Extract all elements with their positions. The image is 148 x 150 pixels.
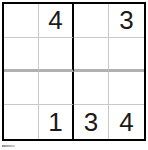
cell-r3c4[interactable] xyxy=(109,72,144,106)
watermark-mark xyxy=(2,145,15,147)
cell-r3c3[interactable] xyxy=(74,72,109,106)
cell-r4c2[interactable]: 1 xyxy=(39,105,74,139)
cell-r3c1[interactable] xyxy=(4,72,39,106)
cell-r1c2[interactable]: 4 xyxy=(39,4,74,38)
cell-r3c2[interactable] xyxy=(39,72,74,106)
cell-r2c1[interactable] xyxy=(4,38,39,72)
cell-r4c3[interactable]: 3 xyxy=(74,105,109,139)
cell-r2c3[interactable] xyxy=(74,38,109,72)
cell-r4c4[interactable]: 4 xyxy=(109,105,144,139)
cell-r2c4[interactable] xyxy=(109,38,144,72)
cell-r1c1[interactable] xyxy=(4,4,39,38)
cell-r1c3[interactable] xyxy=(74,4,109,38)
cell-r1c4[interactable]: 3 xyxy=(109,4,144,38)
sudoku-board: 4 3 1 3 4 xyxy=(2,2,146,141)
cell-r4c1[interactable] xyxy=(4,105,39,139)
cell-r2c2[interactable] xyxy=(39,38,74,72)
